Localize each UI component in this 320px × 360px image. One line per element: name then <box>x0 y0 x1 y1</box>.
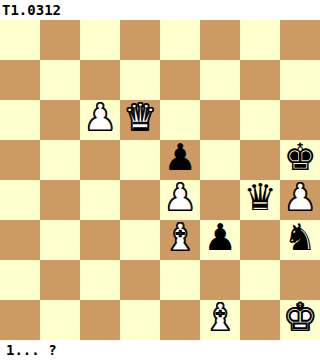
square-d2[interactable] <box>120 260 160 300</box>
square-g6[interactable] <box>240 100 280 140</box>
square-d4[interactable] <box>120 180 160 220</box>
square-h1[interactable]: ♚ <box>280 300 320 340</box>
black-pawn: ♟ <box>163 140 196 178</box>
square-a8[interactable] <box>0 20 40 60</box>
square-f8[interactable] <box>200 20 240 60</box>
square-f4[interactable] <box>200 180 240 220</box>
square-g4[interactable]: ♛ <box>240 180 280 220</box>
square-b2[interactable] <box>40 260 80 300</box>
square-f7[interactable] <box>200 60 240 100</box>
square-h6[interactable] <box>280 100 320 140</box>
square-f5[interactable] <box>200 140 240 180</box>
square-h2[interactable] <box>280 260 320 300</box>
square-a1[interactable] <box>0 300 40 340</box>
square-b1[interactable] <box>40 300 80 340</box>
square-c2[interactable] <box>80 260 120 300</box>
chess-board[interactable]: ♟♛♟♚♟♛♟♝♟♞♝♚ <box>0 20 320 340</box>
square-a3[interactable] <box>0 220 40 260</box>
title-bar: T1.0312 <box>0 0 320 20</box>
square-g8[interactable] <box>240 20 280 60</box>
square-h7[interactable] <box>280 60 320 100</box>
square-a5[interactable] <box>0 140 40 180</box>
square-c7[interactable] <box>80 60 120 100</box>
exercise-id: T1.0312 <box>0 0 61 20</box>
status-bar: 1... ? <box>0 340 320 360</box>
square-b6[interactable] <box>40 100 80 140</box>
chess-tactics-window: T1.0312 ♟♛♟♚♟♛♟♝♟♞♝♚ 1... ? <box>0 0 320 360</box>
square-h8[interactable] <box>280 20 320 60</box>
square-f3[interactable]: ♟ <box>200 220 240 260</box>
square-b8[interactable] <box>40 20 80 60</box>
square-b4[interactable] <box>40 180 80 220</box>
square-d8[interactable] <box>120 20 160 60</box>
square-c8[interactable] <box>80 20 120 60</box>
square-g5[interactable] <box>240 140 280 180</box>
square-c3[interactable] <box>80 220 120 260</box>
square-e4[interactable]: ♟ <box>160 180 200 220</box>
square-a2[interactable] <box>0 260 40 300</box>
square-e5[interactable]: ♟ <box>160 140 200 180</box>
square-e6[interactable] <box>160 100 200 140</box>
square-f1[interactable]: ♝ <box>200 300 240 340</box>
black-pawn: ♟ <box>203 220 236 258</box>
square-a6[interactable] <box>0 100 40 140</box>
white-pawn: ♟ <box>163 180 196 218</box>
square-c4[interactable] <box>80 180 120 220</box>
square-h3[interactable]: ♞ <box>280 220 320 260</box>
square-c6[interactable]: ♟ <box>80 100 120 140</box>
square-e1[interactable] <box>160 300 200 340</box>
square-a7[interactable] <box>0 60 40 100</box>
move-prompt: 1... ? <box>0 340 57 360</box>
white-king: ♚ <box>283 300 316 338</box>
square-e7[interactable] <box>160 60 200 100</box>
square-e8[interactable] <box>160 20 200 60</box>
black-knight: ♞ <box>283 220 316 258</box>
square-h4[interactable]: ♟ <box>280 180 320 220</box>
square-e3[interactable]: ♝ <box>160 220 200 260</box>
square-b5[interactable] <box>40 140 80 180</box>
black-queen: ♛ <box>243 180 276 218</box>
square-e2[interactable] <box>160 260 200 300</box>
white-queen: ♛ <box>123 100 156 138</box>
white-pawn: ♟ <box>283 180 316 218</box>
square-a4[interactable] <box>0 180 40 220</box>
square-g3[interactable] <box>240 220 280 260</box>
square-d6[interactable]: ♛ <box>120 100 160 140</box>
square-d3[interactable] <box>120 220 160 260</box>
square-b7[interactable] <box>40 60 80 100</box>
square-d5[interactable] <box>120 140 160 180</box>
square-d1[interactable] <box>120 300 160 340</box>
square-f2[interactable] <box>200 260 240 300</box>
square-g1[interactable] <box>240 300 280 340</box>
square-c5[interactable] <box>80 140 120 180</box>
white-bishop: ♝ <box>163 220 196 258</box>
square-c1[interactable] <box>80 300 120 340</box>
square-g7[interactable] <box>240 60 280 100</box>
square-f6[interactable] <box>200 100 240 140</box>
square-g2[interactable] <box>240 260 280 300</box>
square-b3[interactable] <box>40 220 80 260</box>
white-pawn: ♟ <box>83 100 116 138</box>
square-h5[interactable]: ♚ <box>280 140 320 180</box>
black-king: ♚ <box>283 140 316 178</box>
white-bishop: ♝ <box>203 300 236 338</box>
square-d7[interactable] <box>120 60 160 100</box>
